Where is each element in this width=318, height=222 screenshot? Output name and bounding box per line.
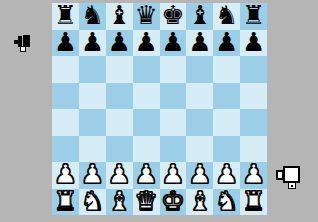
square-c6[interactable] <box>106 56 133 83</box>
white-hand-icon <box>276 165 301 189</box>
piece-black-pawn[interactable]: ♟ <box>81 30 104 55</box>
square-h1[interactable]: ♜ <box>240 189 267 216</box>
square-d3[interactable] <box>133 136 160 163</box>
square-f5[interactable] <box>186 83 213 110</box>
square-c5[interactable] <box>106 83 133 110</box>
square-b3[interactable] <box>79 136 106 163</box>
square-f1[interactable]: ♝ <box>186 189 213 216</box>
square-b6[interactable] <box>79 56 106 83</box>
square-b5[interactable] <box>79 83 106 110</box>
piece-white-king[interactable]: ♚ <box>161 189 184 214</box>
square-f8[interactable]: ♝ <box>186 3 213 30</box>
piece-black-pawn[interactable]: ♟ <box>54 30 77 55</box>
piece-white-rook[interactable]: ♜ <box>242 189 265 214</box>
square-f6[interactable] <box>186 56 213 83</box>
piece-black-bishop[interactable]: ♝ <box>188 3 211 28</box>
piece-white-bishop[interactable]: ♝ <box>188 189 211 214</box>
square-g6[interactable] <box>213 56 240 83</box>
square-c7[interactable]: ♟ <box>106 30 133 57</box>
piece-white-knight[interactable]: ♞ <box>81 189 104 214</box>
square-d1[interactable]: ♛ <box>133 189 160 216</box>
piece-black-rook[interactable]: ♜ <box>242 3 265 28</box>
piece-white-knight[interactable]: ♞ <box>215 189 238 214</box>
square-e6[interactable] <box>160 56 187 83</box>
piece-white-pawn[interactable]: ♟ <box>134 162 157 187</box>
square-c4[interactable] <box>106 109 133 136</box>
square-a7[interactable]: ♟ <box>52 30 79 57</box>
black-player-icon <box>14 35 32 57</box>
square-g3[interactable] <box>213 136 240 163</box>
square-c1[interactable]: ♝ <box>106 189 133 216</box>
piece-black-knight[interactable]: ♞ <box>81 3 104 28</box>
piece-white-pawn[interactable]: ♟ <box>188 162 211 187</box>
square-d8[interactable]: ♛ <box>133 3 160 30</box>
square-a8[interactable]: ♜ <box>52 3 79 30</box>
square-f3[interactable] <box>186 136 213 163</box>
chess-board: ♜♞♝♛♚♝♞♜♟♟♟♟♟♟♟♟♟♟♟♟♟♟♟♟♜♞♝♛♚♝♞♜ <box>52 3 267 215</box>
square-h3[interactable] <box>240 136 267 163</box>
square-b1[interactable]: ♞ <box>79 189 106 216</box>
square-c3[interactable] <box>106 136 133 163</box>
square-a6[interactable] <box>52 56 79 83</box>
square-g5[interactable] <box>213 83 240 110</box>
square-a5[interactable] <box>52 83 79 110</box>
square-a3[interactable] <box>52 136 79 163</box>
square-h2[interactable]: ♟ <box>240 162 267 189</box>
square-d5[interactable] <box>133 83 160 110</box>
piece-black-king[interactable]: ♚ <box>161 3 184 28</box>
square-a2[interactable]: ♟ <box>52 162 79 189</box>
square-e4[interactable] <box>160 109 187 136</box>
square-e5[interactable] <box>160 83 187 110</box>
piece-white-pawn[interactable]: ♟ <box>81 162 104 187</box>
square-h4[interactable] <box>240 109 267 136</box>
black-hand-icon <box>14 35 32 53</box>
square-e1[interactable]: ♚ <box>160 189 187 216</box>
piece-black-pawn[interactable]: ♟ <box>188 30 211 55</box>
piece-black-bishop[interactable]: ♝ <box>108 3 131 28</box>
piece-white-pawn[interactable]: ♟ <box>242 162 265 187</box>
square-g1[interactable]: ♞ <box>213 189 240 216</box>
square-h8[interactable]: ♜ <box>240 3 267 30</box>
square-c2[interactable]: ♟ <box>106 162 133 189</box>
piece-black-queen[interactable]: ♛ <box>134 3 157 28</box>
piece-white-queen[interactable]: ♛ <box>134 189 157 214</box>
square-d6[interactable] <box>133 56 160 83</box>
square-g8[interactable]: ♞ <box>213 3 240 30</box>
piece-white-pawn[interactable]: ♟ <box>54 162 77 187</box>
square-h6[interactable] <box>240 56 267 83</box>
square-b4[interactable] <box>79 109 106 136</box>
piece-black-pawn[interactable]: ♟ <box>161 30 184 55</box>
square-d4[interactable] <box>133 109 160 136</box>
square-f4[interactable] <box>186 109 213 136</box>
square-e2[interactable]: ♟ <box>160 162 187 189</box>
square-f7[interactable]: ♟ <box>186 30 213 57</box>
square-g4[interactable] <box>213 109 240 136</box>
square-b2[interactable]: ♟ <box>79 162 106 189</box>
square-g2[interactable]: ♟ <box>213 162 240 189</box>
piece-black-pawn[interactable]: ♟ <box>242 30 265 55</box>
piece-black-pawn[interactable]: ♟ <box>215 30 238 55</box>
piece-white-bishop[interactable]: ♝ <box>108 189 131 214</box>
piece-black-knight[interactable]: ♞ <box>215 3 238 28</box>
square-e7[interactable]: ♟ <box>160 30 187 57</box>
square-e3[interactable] <box>160 136 187 163</box>
square-b7[interactable]: ♟ <box>79 30 106 57</box>
square-b8[interactable]: ♞ <box>79 3 106 30</box>
white-player-icon <box>276 165 301 193</box>
square-a1[interactable]: ♜ <box>52 189 79 216</box>
square-e8[interactable]: ♚ <box>160 3 187 30</box>
square-g7[interactable]: ♟ <box>213 30 240 57</box>
square-h7[interactable]: ♟ <box>240 30 267 57</box>
piece-white-pawn[interactable]: ♟ <box>161 162 184 187</box>
piece-white-pawn[interactable]: ♟ <box>215 162 238 187</box>
square-d2[interactable]: ♟ <box>133 162 160 189</box>
square-h5[interactable] <box>240 83 267 110</box>
piece-white-pawn[interactable]: ♟ <box>108 162 131 187</box>
square-c8[interactable]: ♝ <box>106 3 133 30</box>
square-a4[interactable] <box>52 109 79 136</box>
piece-black-pawn[interactable]: ♟ <box>108 30 131 55</box>
piece-white-rook[interactable]: ♜ <box>54 189 77 214</box>
piece-black-rook[interactable]: ♜ <box>54 3 77 28</box>
square-d7[interactable]: ♟ <box>133 30 160 57</box>
piece-black-pawn[interactable]: ♟ <box>134 30 157 55</box>
square-f2[interactable]: ♟ <box>186 162 213 189</box>
